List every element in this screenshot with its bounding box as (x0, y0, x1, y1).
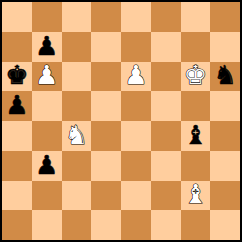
square-a6[interactable]: ♚ (2, 62, 32, 92)
square-g1[interactable] (181, 210, 211, 240)
square-a5[interactable]: ♟ (2, 91, 32, 121)
square-c3[interactable] (62, 151, 92, 181)
square-e7[interactable] (121, 32, 151, 62)
square-a4[interactable] (2, 121, 32, 151)
square-c8[interactable] (62, 2, 92, 32)
square-h6[interactable]: ♞ (210, 62, 240, 92)
piece-black-pawn[interactable]: ♟ (35, 152, 58, 178)
square-c5[interactable] (62, 91, 92, 121)
piece-black-knight[interactable]: ♞ (213, 62, 236, 88)
square-c7[interactable] (62, 32, 92, 62)
square-h2[interactable] (210, 181, 240, 211)
square-f6[interactable] (151, 62, 181, 92)
square-a2[interactable] (2, 181, 32, 211)
square-e6[interactable]: ♟ (121, 62, 151, 92)
chess-board: ♟♚♟♟♚♞♟♞♝♟♝ (2, 2, 240, 240)
square-f2[interactable] (151, 181, 181, 211)
square-h1[interactable] (210, 210, 240, 240)
square-b2[interactable] (32, 181, 62, 211)
square-g7[interactable] (181, 32, 211, 62)
square-h5[interactable] (210, 91, 240, 121)
piece-white-pawn[interactable]: ♟ (35, 62, 58, 88)
square-f1[interactable] (151, 210, 181, 240)
square-c2[interactable] (62, 181, 92, 211)
square-a3[interactable] (2, 151, 32, 181)
piece-white-knight[interactable]: ♞ (65, 122, 88, 148)
square-h7[interactable] (210, 32, 240, 62)
square-c1[interactable] (62, 210, 92, 240)
square-d6[interactable] (91, 62, 121, 92)
square-b7[interactable]: ♟ (32, 32, 62, 62)
square-d3[interactable] (91, 151, 121, 181)
square-e8[interactable] (121, 2, 151, 32)
piece-white-king[interactable]: ♚ (184, 62, 207, 88)
square-g3[interactable] (181, 151, 211, 181)
square-d7[interactable] (91, 32, 121, 62)
square-h3[interactable] (210, 151, 240, 181)
square-a8[interactable] (2, 2, 32, 32)
piece-black-pawn[interactable]: ♟ (35, 33, 58, 59)
square-g2[interactable]: ♝ (181, 181, 211, 211)
square-a1[interactable] (2, 210, 32, 240)
square-b3[interactable]: ♟ (32, 151, 62, 181)
square-f5[interactable] (151, 91, 181, 121)
square-h4[interactable] (210, 121, 240, 151)
square-b5[interactable] (32, 91, 62, 121)
square-h8[interactable] (210, 2, 240, 32)
square-f4[interactable] (151, 121, 181, 151)
square-f3[interactable] (151, 151, 181, 181)
piece-black-bishop[interactable]: ♝ (184, 122, 207, 148)
square-e3[interactable] (121, 151, 151, 181)
square-b8[interactable] (32, 2, 62, 32)
square-c6[interactable] (62, 62, 92, 92)
square-g6[interactable]: ♚ (181, 62, 211, 92)
square-b6[interactable]: ♟ (32, 62, 62, 92)
square-e5[interactable] (121, 91, 151, 121)
square-e2[interactable] (121, 181, 151, 211)
square-b4[interactable] (32, 121, 62, 151)
square-c4[interactable]: ♞ (62, 121, 92, 151)
square-g5[interactable] (181, 91, 211, 121)
square-f7[interactable] (151, 32, 181, 62)
piece-white-pawn[interactable]: ♟ (124, 62, 147, 88)
square-d1[interactable] (91, 210, 121, 240)
piece-black-pawn[interactable]: ♟ (5, 92, 28, 118)
square-e4[interactable] (121, 121, 151, 151)
chess-board-frame: ♟♚♟♟♚♞♟♞♝♟♝ (0, 0, 242, 242)
square-b1[interactable] (32, 210, 62, 240)
square-d8[interactable] (91, 2, 121, 32)
square-a7[interactable] (2, 32, 32, 62)
square-g8[interactable] (181, 2, 211, 32)
square-e1[interactable] (121, 210, 151, 240)
piece-black-king[interactable]: ♚ (5, 62, 28, 88)
square-f8[interactable] (151, 2, 181, 32)
square-d4[interactable] (91, 121, 121, 151)
piece-white-bishop[interactable]: ♝ (184, 181, 207, 207)
square-d2[interactable] (91, 181, 121, 211)
square-d5[interactable] (91, 91, 121, 121)
square-g4[interactable]: ♝ (181, 121, 211, 151)
